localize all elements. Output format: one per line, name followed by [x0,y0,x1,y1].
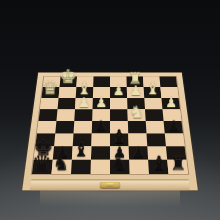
square-f5[interactable] [74,121,93,133]
piece-white-pawn[interactable]: ♟ [78,95,90,109]
piece-white-queen[interactable]: ♛ [42,78,59,97]
square-d8[interactable]: ♞ [110,160,130,174]
square-d4[interactable] [110,109,128,121]
square-e6[interactable] [91,133,110,146]
folding-chess-box: ♚♜♛♝♟♟♝♟♟♟♞♟♟♝♚♟♝♟♟♛♞♞♝♜ [22,73,198,191]
square-e5[interactable]: ♟ [92,121,110,133]
square-g3[interactable] [58,98,76,109]
square-h8[interactable]: ♛ [32,160,53,174]
square-a8[interactable]: ♜ [167,160,188,174]
square-c8[interactable] [129,160,149,174]
piece-black-bishop[interactable]: ♝ [150,154,167,173]
square-e3[interactable]: ♟ [93,98,110,109]
square-g8[interactable]: ♞ [51,160,71,174]
piece-white-pawn[interactable]: ♟ [165,95,177,109]
square-c5[interactable] [128,121,147,133]
square-e7[interactable] [91,146,110,159]
piece-white-knight[interactable]: ♞ [129,104,144,121]
square-a1[interactable] [159,77,177,87]
piece-black-pawn[interactable]: ♟ [95,119,108,133]
square-f4[interactable] [74,109,92,121]
square-f3[interactable]: ♟ [75,98,93,109]
chess-set-scene: ♚♜♛♝♟♟♝♟♟♟♞♟♟♝♚♟♝♟♟♛♞♞♝♜ [31,40,189,211]
piece-white-pawn[interactable]: ♟ [95,95,107,109]
square-e1[interactable] [93,77,110,87]
square-a5[interactable]: ♟ [164,121,183,133]
square-d3[interactable] [110,98,127,109]
box-front-edge [30,180,190,191]
square-h3[interactable] [40,98,59,109]
square-h5[interactable] [37,121,56,133]
piece-white-pawn[interactable]: ♟ [113,84,125,97]
square-d2[interactable]: ♟ [110,87,127,98]
piece-white-king[interactable]: ♚ [59,67,77,87]
square-b8[interactable]: ♝ [148,160,168,174]
piece-black-knight[interactable]: ♞ [53,155,70,173]
square-b6[interactable] [146,133,165,146]
square-c7[interactable]: ♟ [129,146,148,159]
piece-white-bishop[interactable]: ♝ [145,80,160,97]
square-c4[interactable]: ♞ [127,109,145,121]
photo-backdrop: ♚♜♛♝♟♟♝♟♟♟♞♟♟♝♚♟♝♟♟♛♞♞♝♜ [0,0,220,220]
board-frame: ♚♜♛♝♟♟♝♟♟♟♞♟♟♝♚♟♝♟♟♛♞♞♝♜ [22,73,198,191]
piece-black-bishop[interactable]: ♝ [73,140,90,159]
square-f8[interactable] [71,160,91,174]
brass-latch-icon [100,182,120,188]
square-f7[interactable]: ♝ [72,146,91,159]
square-a3[interactable]: ♟ [161,98,180,109]
square-a6[interactable] [165,133,185,146]
square-b5[interactable] [146,121,165,133]
chess-board-grid: ♚♜♛♝♟♟♝♟♟♟♞♟♟♝♚♟♝♟♟♛♞♞♝♜ [32,77,188,174]
square-b4[interactable] [145,109,164,121]
piece-black-knight[interactable]: ♞ [111,155,128,173]
piece-black-pawn[interactable]: ♟ [167,119,180,133]
square-h4[interactable] [39,109,58,121]
square-g5[interactable] [55,121,74,133]
square-g2[interactable] [59,87,77,98]
square-g4[interactable] [56,109,75,121]
piece-black-rook[interactable]: ♜ [170,155,187,173]
square-b2[interactable]: ♝ [144,87,162,98]
square-c2[interactable]: ♟ [127,87,144,98]
square-h2[interactable]: ♛ [41,87,59,98]
piece-black-queen[interactable]: ♛ [32,151,51,173]
square-b3[interactable] [144,98,162,109]
piece-white-pawn[interactable]: ♟ [130,84,142,97]
piece-black-pawn[interactable]: ♟ [132,144,145,159]
square-e8[interactable] [90,160,110,174]
square-g1[interactable]: ♚ [60,77,77,87]
